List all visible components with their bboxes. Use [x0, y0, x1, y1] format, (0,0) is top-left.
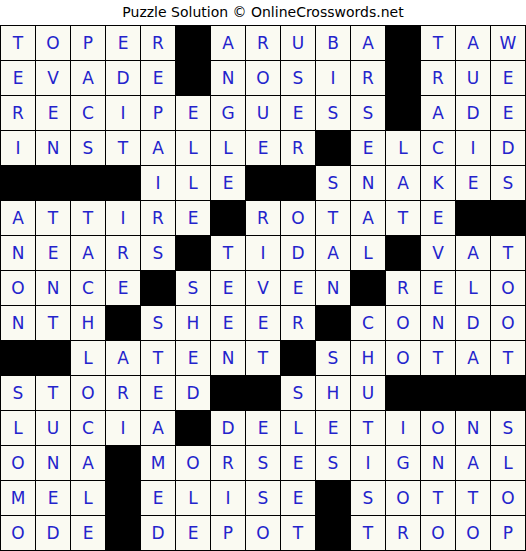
letter-cell: O: [36, 26, 71, 61]
letter-cell: L: [176, 166, 211, 201]
letter-cell: N: [211, 341, 246, 376]
letter-cell: U: [281, 26, 316, 61]
letter-cell: A: [141, 131, 176, 166]
letter-cell: E: [1, 61, 36, 96]
letter-cell: C: [71, 411, 106, 446]
letter-cell: O: [71, 376, 106, 411]
letter-cell: S: [491, 411, 526, 446]
letter-cell: A: [351, 201, 386, 236]
letter-cell: O: [246, 516, 281, 551]
letter-cell: T: [36, 201, 71, 236]
black-cell: [106, 481, 141, 516]
letter-cell: L: [491, 446, 526, 481]
black-cell: [36, 341, 71, 376]
black-cell: [491, 376, 526, 411]
letter-cell: S: [351, 96, 386, 131]
letter-cell: R: [106, 236, 141, 271]
crossword-grid: TOPERARUBATAWEVADENOSIRRUERECIPEGUESSADE…: [0, 25, 526, 551]
black-cell: [456, 201, 491, 236]
letter-cell: E: [106, 271, 141, 306]
letter-cell: K: [421, 166, 456, 201]
letter-cell: A: [456, 341, 491, 376]
letter-cell: P: [71, 26, 106, 61]
letter-cell: R: [106, 376, 141, 411]
letter-cell: N: [36, 271, 71, 306]
letter-cell: E: [421, 201, 456, 236]
letter-cell: E: [351, 131, 386, 166]
letter-cell: N: [421, 446, 456, 481]
letter-cell: E: [491, 96, 526, 131]
letter-cell: E: [141, 376, 176, 411]
letter-cell: O: [386, 341, 421, 376]
letter-cell: R: [211, 446, 246, 481]
letter-cell: N: [36, 446, 71, 481]
letter-cell: E: [176, 96, 211, 131]
black-cell: [316, 306, 351, 341]
letter-cell: T: [316, 201, 351, 236]
letter-cell: A: [71, 446, 106, 481]
black-cell: [1, 166, 36, 201]
letter-cell: N: [421, 306, 456, 341]
letter-cell: A: [141, 411, 176, 446]
black-cell: [176, 26, 211, 61]
letter-cell: S: [246, 481, 281, 516]
letter-cell: E: [281, 481, 316, 516]
letter-cell: A: [421, 96, 456, 131]
letter-cell: A: [456, 236, 491, 271]
letter-cell: E: [106, 26, 141, 61]
black-cell: [141, 271, 176, 306]
letter-cell: C: [421, 131, 456, 166]
letter-cell: B: [316, 26, 351, 61]
letter-cell: R: [281, 306, 316, 341]
letter-cell: S: [316, 96, 351, 131]
letter-cell: S: [1, 376, 36, 411]
letter-cell: R: [141, 201, 176, 236]
letter-cell: U: [456, 61, 491, 96]
letter-cell: N: [36, 131, 71, 166]
letter-cell: E: [176, 341, 211, 376]
letter-cell: A: [211, 26, 246, 61]
letter-cell: V: [246, 271, 281, 306]
letter-cell: P: [211, 516, 246, 551]
black-cell: [386, 96, 421, 131]
letter-cell: O: [491, 306, 526, 341]
letter-cell: T: [281, 516, 316, 551]
letter-cell: S: [316, 341, 351, 376]
letter-cell: V: [36, 61, 71, 96]
letter-cell: D: [281, 236, 316, 271]
letter-cell: I: [106, 96, 141, 131]
letter-cell: D: [456, 96, 491, 131]
letter-cell: H: [176, 306, 211, 341]
letter-cell: C: [351, 306, 386, 341]
letter-cell: T: [351, 516, 386, 551]
letter-cell: A: [351, 26, 386, 61]
letter-cell: S: [246, 446, 281, 481]
letter-cell: O: [1, 271, 36, 306]
letter-cell: D: [211, 411, 246, 446]
letter-cell: E: [36, 236, 71, 271]
black-cell: [106, 166, 141, 201]
letter-cell: A: [1, 201, 36, 236]
letter-cell: R: [386, 516, 421, 551]
letter-cell: R: [351, 61, 386, 96]
letter-cell: O: [456, 516, 491, 551]
letter-cell: L: [211, 131, 246, 166]
black-cell: [386, 376, 421, 411]
letter-cell: O: [491, 271, 526, 306]
letter-cell: N: [456, 411, 491, 446]
black-cell: [1, 341, 36, 376]
letter-cell: O: [491, 481, 526, 516]
black-cell: [351, 271, 386, 306]
letter-cell: L: [176, 481, 211, 516]
letter-cell: A: [71, 236, 106, 271]
letter-cell: I: [141, 166, 176, 201]
letter-cell: S: [281, 61, 316, 96]
letter-cell: N: [211, 61, 246, 96]
letter-cell: I: [211, 481, 246, 516]
letter-cell: L: [281, 411, 316, 446]
letter-cell: W: [491, 26, 526, 61]
letter-cell: A: [106, 341, 141, 376]
black-cell: [106, 306, 141, 341]
black-cell: [71, 166, 106, 201]
letter-cell: L: [71, 481, 106, 516]
letter-cell: G: [211, 96, 246, 131]
letter-cell: S: [71, 131, 106, 166]
black-cell: [386, 236, 421, 271]
letter-cell: E: [246, 411, 281, 446]
black-cell: [106, 446, 141, 481]
letter-cell: S: [141, 236, 176, 271]
letter-cell: H: [351, 341, 386, 376]
letter-cell: R: [386, 271, 421, 306]
letter-cell: T: [1, 26, 36, 61]
letter-cell: R: [246, 201, 281, 236]
letter-cell: E: [211, 271, 246, 306]
letter-cell: C: [71, 96, 106, 131]
letter-cell: O: [386, 306, 421, 341]
letter-cell: A: [456, 446, 491, 481]
letter-cell: L: [176, 131, 211, 166]
letter-cell: I: [246, 236, 281, 271]
black-cell: [211, 201, 246, 236]
letter-cell: E: [211, 306, 246, 341]
black-cell: [106, 516, 141, 551]
black-cell: [176, 236, 211, 271]
letter-cell: M: [1, 481, 36, 516]
letter-cell: E: [421, 271, 456, 306]
black-cell: [246, 166, 281, 201]
letter-cell: T: [246, 341, 281, 376]
letter-cell: G: [386, 446, 421, 481]
letter-cell: S: [176, 271, 211, 306]
black-cell: [456, 376, 491, 411]
letter-cell: E: [141, 481, 176, 516]
letter-cell: T: [421, 481, 456, 516]
letter-cell: I: [386, 411, 421, 446]
black-cell: [176, 61, 211, 96]
letter-cell: E: [281, 96, 316, 131]
letter-cell: T: [491, 341, 526, 376]
letter-cell: O: [421, 411, 456, 446]
letter-cell: E: [281, 271, 316, 306]
black-cell: [316, 481, 351, 516]
letter-cell: O: [386, 481, 421, 516]
letter-cell: T: [491, 236, 526, 271]
letter-cell: A: [71, 61, 106, 96]
letter-cell: I: [456, 131, 491, 166]
letter-cell: E: [246, 131, 281, 166]
letter-cell: T: [421, 26, 456, 61]
letter-cell: A: [386, 166, 421, 201]
black-cell: [316, 131, 351, 166]
letter-cell: E: [141, 61, 176, 96]
black-cell: [246, 376, 281, 411]
letter-cell: P: [141, 96, 176, 131]
black-cell: [386, 61, 421, 96]
letter-cell: S: [351, 481, 386, 516]
letter-cell: S: [141, 306, 176, 341]
black-cell: [421, 376, 456, 411]
letter-cell: A: [456, 26, 491, 61]
letter-cell: O: [246, 61, 281, 96]
black-cell: [386, 26, 421, 61]
letter-cell: I: [316, 61, 351, 96]
letter-cell: E: [36, 96, 71, 131]
letter-cell: T: [36, 306, 71, 341]
letter-cell: E: [456, 166, 491, 201]
letter-cell: V: [421, 236, 456, 271]
letter-cell: E: [491, 61, 526, 96]
letter-cell: R: [1, 96, 36, 131]
letter-cell: R: [281, 131, 316, 166]
letter-cell: O: [1, 446, 36, 481]
letter-cell: R: [421, 61, 456, 96]
letter-cell: A: [316, 236, 351, 271]
black-cell: [281, 341, 316, 376]
letter-cell: N: [351, 166, 386, 201]
letter-cell: E: [246, 306, 281, 341]
page-title: Puzzle Solution © OnlineCrosswords.net: [0, 0, 526, 25]
letter-cell: E: [176, 516, 211, 551]
letter-cell: T: [386, 201, 421, 236]
letter-cell: O: [281, 201, 316, 236]
letter-cell: R: [246, 26, 281, 61]
letter-cell: T: [141, 341, 176, 376]
letter-cell: I: [106, 201, 141, 236]
black-cell: [491, 201, 526, 236]
letter-cell: D: [456, 306, 491, 341]
letter-cell: E: [316, 411, 351, 446]
letter-cell: E: [71, 516, 106, 551]
letter-cell: N: [316, 271, 351, 306]
letter-cell: T: [106, 131, 141, 166]
letter-cell: D: [106, 61, 141, 96]
letter-cell: T: [211, 236, 246, 271]
letter-cell: L: [71, 341, 106, 376]
black-cell: [36, 166, 71, 201]
letter-cell: E: [281, 446, 316, 481]
letter-cell: T: [351, 411, 386, 446]
letter-cell: I: [1, 131, 36, 166]
letter-cell: E: [176, 201, 211, 236]
letter-cell: T: [456, 481, 491, 516]
letter-cell: O: [421, 516, 456, 551]
letter-cell: I: [106, 411, 141, 446]
letter-cell: R: [141, 26, 176, 61]
letter-cell: N: [1, 306, 36, 341]
letter-cell: D: [491, 131, 526, 166]
letter-cell: L: [1, 411, 36, 446]
letter-cell: S: [316, 166, 351, 201]
letter-cell: O: [1, 516, 36, 551]
letter-cell: E: [36, 481, 71, 516]
letter-cell: S: [316, 446, 351, 481]
black-cell: [316, 516, 351, 551]
letter-cell: D: [176, 376, 211, 411]
letter-cell: P: [491, 516, 526, 551]
letter-cell: D: [36, 516, 71, 551]
letter-cell: L: [351, 236, 386, 271]
black-cell: [211, 376, 246, 411]
letter-cell: C: [71, 271, 106, 306]
letter-cell: U: [36, 411, 71, 446]
letter-cell: D: [141, 516, 176, 551]
letter-cell: H: [316, 376, 351, 411]
letter-cell: U: [351, 376, 386, 411]
black-cell: [176, 411, 211, 446]
letter-cell: E: [211, 166, 246, 201]
letter-cell: S: [281, 376, 316, 411]
letter-cell: M: [141, 446, 176, 481]
letter-cell: N: [1, 236, 36, 271]
letter-cell: O: [176, 446, 211, 481]
letter-cell: T: [36, 376, 71, 411]
letter-cell: T: [421, 341, 456, 376]
letter-cell: S: [491, 166, 526, 201]
letter-cell: T: [71, 201, 106, 236]
letter-cell: H: [71, 306, 106, 341]
letter-cell: L: [386, 131, 421, 166]
black-cell: [281, 166, 316, 201]
letter-cell: I: [351, 446, 386, 481]
letter-cell: L: [456, 271, 491, 306]
letter-cell: U: [246, 96, 281, 131]
